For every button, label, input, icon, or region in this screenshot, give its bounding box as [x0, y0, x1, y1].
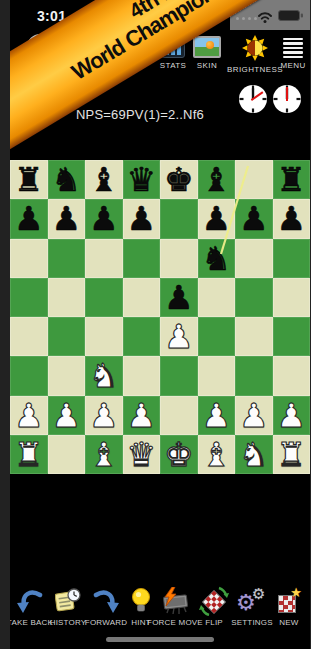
square-f3[interactable]	[198, 356, 236, 395]
white-rook-h1[interactable]: ♜	[276, 438, 306, 471]
black-knight-b8[interactable]: ♞	[51, 163, 81, 196]
app-screen: 3:01 ? HELP STATS	[10, 0, 310, 649]
black-king-e8[interactable]: ♚	[164, 163, 194, 196]
square-a1[interactable]: ♜	[10, 435, 48, 474]
square-e3[interactable]	[160, 356, 198, 395]
square-e7[interactable]	[160, 199, 198, 238]
white-pawn-b2[interactable]: ♟	[51, 399, 81, 432]
square-b3[interactable]	[48, 356, 86, 395]
square-e8[interactable]: ♚	[160, 160, 198, 199]
square-d5[interactable]	[123, 278, 161, 317]
square-h3[interactable]	[273, 356, 311, 395]
square-b4[interactable]	[48, 317, 86, 356]
square-d6[interactable]	[123, 239, 161, 278]
white-chess-clock	[238, 84, 268, 114]
white-bishop-f1[interactable]: ♝	[201, 438, 231, 471]
redo-arrow-icon	[92, 586, 120, 616]
square-a3[interactable]	[10, 356, 48, 395]
square-b5[interactable]	[48, 278, 86, 317]
chess-board[interactable]: ♜♞♝♛♚♝♜♟♟♟♟♟♟♟♞♟♟♞♟♟♟♟♟♟♟♜♝♛♚♝♞♜	[10, 160, 310, 474]
black-bishop-f8[interactable]: ♝	[201, 163, 231, 196]
square-a2[interactable]: ♟	[10, 396, 48, 435]
square-f5[interactable]	[198, 278, 236, 317]
brightness-sun-icon	[241, 34, 269, 62]
gears-icon: ⚙ ⚙	[237, 586, 267, 616]
square-g4[interactable]	[235, 317, 273, 356]
square-h4[interactable]	[273, 317, 311, 356]
black-pawn-g7[interactable]: ♟	[239, 202, 269, 235]
square-f6[interactable]: ♞	[198, 239, 236, 278]
square-b6[interactable]	[48, 239, 86, 278]
square-a8[interactable]: ♜	[10, 160, 48, 199]
square-c5[interactable]	[85, 278, 123, 317]
white-pawn-f2[interactable]: ♟	[201, 399, 231, 432]
square-c3[interactable]: ♞	[85, 356, 123, 395]
square-g3[interactable]	[235, 356, 273, 395]
cpu-chip-lightning-icon	[159, 586, 191, 616]
square-f2[interactable]: ♟	[198, 396, 236, 435]
black-queen-d8[interactable]: ♛	[126, 163, 156, 196]
toolbar-item-menu[interactable]: MENU	[271, 34, 310, 80]
black-rook-h8[interactable]: ♜	[276, 163, 306, 196]
black-pawn-f7[interactable]: ♟	[201, 202, 231, 235]
square-g6[interactable]	[235, 239, 273, 278]
picture-icon	[193, 36, 221, 58]
square-c1[interactable]: ♝	[85, 435, 123, 474]
black-chess-clock	[272, 84, 302, 114]
black-pawn-c7[interactable]: ♟	[89, 202, 119, 235]
square-e6[interactable]	[160, 239, 198, 278]
engine-analysis-text: NPS=69PV(1)=2..Nf6	[76, 107, 204, 122]
square-c2[interactable]: ♟	[85, 396, 123, 435]
square-h1[interactable]: ♜	[273, 435, 311, 474]
square-g2[interactable]: ♟	[235, 396, 273, 435]
white-pawn-a2[interactable]: ♟	[14, 399, 44, 432]
square-a7[interactable]: ♟	[10, 199, 48, 238]
black-pawn-a7[interactable]: ♟	[14, 202, 44, 235]
square-h8[interactable]: ♜	[273, 160, 311, 199]
cellular-signal-icon	[236, 17, 257, 20]
white-pawn-e4[interactable]: ♟	[164, 320, 194, 353]
square-b8[interactable]: ♞	[48, 160, 86, 199]
square-b2[interactable]: ♟	[48, 396, 86, 435]
square-h7[interactable]: ♟	[273, 199, 311, 238]
star-icon: ★	[290, 585, 302, 600]
square-b7[interactable]: ♟	[48, 199, 86, 238]
undo-arrow-icon	[16, 586, 44, 616]
square-g7[interactable]: ♟	[235, 199, 273, 238]
black-pawn-b7[interactable]: ♟	[51, 202, 81, 235]
square-f8[interactable]: ♝	[198, 160, 236, 199]
history-notes-icon	[55, 586, 81, 616]
square-f7[interactable]: ♟	[198, 199, 236, 238]
square-b1[interactable]	[48, 435, 86, 474]
black-pawn-h7[interactable]: ♟	[276, 202, 306, 235]
square-a4[interactable]	[10, 317, 48, 356]
square-f4[interactable]	[198, 317, 236, 356]
square-h2[interactable]: ♟	[273, 396, 311, 435]
square-e5[interactable]: ♟	[160, 278, 198, 317]
square-e4[interactable]: ♟	[160, 317, 198, 356]
square-d3[interactable]	[123, 356, 161, 395]
square-g5[interactable]	[235, 278, 273, 317]
square-c7[interactable]: ♟	[85, 199, 123, 238]
flip-board-icon	[199, 586, 229, 616]
white-pawn-g2[interactable]: ♟	[239, 399, 269, 432]
square-a6[interactable]	[10, 239, 48, 278]
white-pawn-d2[interactable]: ♟	[126, 399, 156, 432]
black-knight-f6[interactable]: ♞	[201, 242, 231, 275]
square-c8[interactable]: ♝	[85, 160, 123, 199]
menu-list-icon	[283, 38, 303, 58]
black-pawn-d7[interactable]: ♟	[126, 202, 156, 235]
square-g1[interactable]: ♞	[235, 435, 273, 474]
square-d4[interactable]	[123, 317, 161, 356]
home-indicator[interactable]	[106, 637, 214, 642]
battery-icon	[278, 10, 304, 22]
white-rook-a1[interactable]: ♜	[14, 438, 44, 471]
toolbar-item-new[interactable]: ★ NEW	[269, 586, 309, 630]
square-e2[interactable]	[160, 396, 198, 435]
white-queen-d1[interactable]: ♛	[126, 438, 156, 471]
square-h6[interactable]	[273, 239, 311, 278]
white-pawn-h2[interactable]: ♟	[276, 399, 306, 432]
white-pawn-c2[interactable]: ♟	[89, 399, 119, 432]
black-pawn-e5[interactable]: ♟	[164, 281, 194, 314]
black-bishop-c8[interactable]: ♝	[89, 163, 119, 196]
square-c4[interactable]	[85, 317, 123, 356]
wifi-icon	[257, 10, 273, 24]
square-h5[interactable]	[273, 278, 311, 317]
square-d7[interactable]: ♟	[123, 199, 161, 238]
square-a5[interactable]	[10, 278, 48, 317]
white-knight-c3[interactable]: ♞	[89, 359, 119, 392]
square-d8[interactable]: ♛	[123, 160, 161, 199]
square-g8[interactable]	[235, 160, 273, 199]
square-d1[interactable]: ♛	[123, 435, 161, 474]
square-f1[interactable]: ♝	[198, 435, 236, 474]
new-game-board-icon: ★	[278, 586, 300, 616]
white-knight-g1[interactable]: ♞	[239, 438, 269, 471]
square-c6[interactable]	[85, 239, 123, 278]
white-bishop-c1[interactable]: ♝	[89, 438, 119, 471]
black-rook-a8[interactable]: ♜	[14, 163, 44, 196]
square-d2[interactable]: ♟	[123, 396, 161, 435]
white-king-e1[interactable]: ♚	[164, 438, 194, 471]
square-e1[interactable]: ♚	[160, 435, 198, 474]
